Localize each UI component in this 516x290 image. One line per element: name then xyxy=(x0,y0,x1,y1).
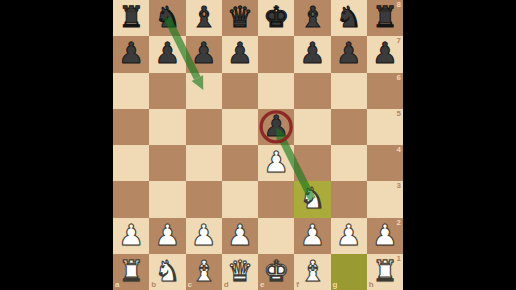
screenshot-root: ♜♞♝♛♚♝♞♜8♟♟♟♟♟♟♟76♟5♟4♞3♟♟♟♟♟♟♟2♜a♞b♝c♛d… xyxy=(0,0,516,290)
black-pawn-c7[interactable]: ♟ xyxy=(191,35,217,71)
square-f2[interactable]: ♟ xyxy=(294,218,330,254)
square-a2[interactable]: ♟ xyxy=(113,218,149,254)
black-pawn-e5[interactable]: ♟ xyxy=(263,108,289,144)
square-c3[interactable] xyxy=(186,181,222,217)
square-a7[interactable]: ♟ xyxy=(113,36,149,72)
square-e5[interactable]: ♟ xyxy=(258,109,294,145)
white-bishop-c1[interactable]: ♝ xyxy=(191,253,217,289)
rank-label-8: 8 xyxy=(397,1,401,9)
square-g1[interactable]: g xyxy=(331,254,367,290)
square-c1[interactable]: ♝c xyxy=(186,254,222,290)
square-h8[interactable]: ♜8 xyxy=(367,0,403,36)
square-g3[interactable] xyxy=(331,181,367,217)
white-pawn-d2[interactable]: ♟ xyxy=(227,217,253,253)
square-f6[interactable] xyxy=(294,73,330,109)
square-f3[interactable]: ♞ xyxy=(294,181,330,217)
white-pawn-b2[interactable]: ♟ xyxy=(154,217,180,253)
square-e2[interactable] xyxy=(258,218,294,254)
rank-label-2: 2 xyxy=(397,219,401,227)
chess-board[interactable]: ♜♞♝♛♚♝♞♜8♟♟♟♟♟♟♟76♟5♟4♞3♟♟♟♟♟♟♟2♜a♞b♝c♛d… xyxy=(113,0,403,290)
square-h1[interactable]: ♜1h xyxy=(367,254,403,290)
white-rook-h1[interactable]: ♜ xyxy=(372,253,398,289)
file-label-f: f xyxy=(296,281,299,289)
square-b6[interactable] xyxy=(149,73,185,109)
black-rook-a8[interactable]: ♜ xyxy=(118,0,144,35)
rank-label-4: 4 xyxy=(397,146,401,154)
black-knight-b8[interactable]: ♞ xyxy=(154,0,180,35)
square-e3[interactable] xyxy=(258,181,294,217)
rank-label-3: 3 xyxy=(397,182,401,190)
white-pawn-c2[interactable]: ♟ xyxy=(191,217,217,253)
white-pawn-a2[interactable]: ♟ xyxy=(118,217,144,253)
black-pawn-b7[interactable]: ♟ xyxy=(154,35,180,71)
square-c7[interactable]: ♟ xyxy=(186,36,222,72)
square-g8[interactable]: ♞ xyxy=(331,0,367,36)
square-b7[interactable]: ♟ xyxy=(149,36,185,72)
square-f1[interactable]: ♝f xyxy=(294,254,330,290)
white-pawn-e4[interactable]: ♟ xyxy=(263,144,289,180)
square-d3[interactable] xyxy=(222,181,258,217)
black-rook-h8[interactable]: ♜ xyxy=(372,0,398,35)
square-g5[interactable] xyxy=(331,109,367,145)
white-queen-d1[interactable]: ♛ xyxy=(227,253,253,289)
square-c2[interactable]: ♟ xyxy=(186,218,222,254)
rank-label-7: 7 xyxy=(397,37,401,45)
black-pawn-a7[interactable]: ♟ xyxy=(118,35,144,71)
square-h4[interactable]: 4 xyxy=(367,145,403,181)
white-king-e1[interactable]: ♚ xyxy=(263,253,289,289)
square-g4[interactable] xyxy=(331,145,367,181)
square-h5[interactable]: 5 xyxy=(367,109,403,145)
square-h2[interactable]: ♟2 xyxy=(367,218,403,254)
square-a4[interactable] xyxy=(113,145,149,181)
black-bishop-f8[interactable]: ♝ xyxy=(299,0,325,35)
square-c5[interactable] xyxy=(186,109,222,145)
file-label-b: b xyxy=(151,281,156,289)
square-e6[interactable] xyxy=(258,73,294,109)
file-label-g: g xyxy=(333,281,338,289)
square-g6[interactable] xyxy=(331,73,367,109)
square-d4[interactable] xyxy=(222,145,258,181)
black-knight-g8[interactable]: ♞ xyxy=(336,0,362,35)
white-knight-b1[interactable]: ♞ xyxy=(154,253,180,289)
square-e7[interactable] xyxy=(258,36,294,72)
black-king-e8[interactable]: ♚ xyxy=(263,0,289,35)
file-label-c: c xyxy=(188,281,192,289)
square-c6[interactable] xyxy=(186,73,222,109)
square-a5[interactable] xyxy=(113,109,149,145)
square-a8[interactable]: ♜ xyxy=(113,0,149,36)
square-d8[interactable]: ♛ xyxy=(222,0,258,36)
square-g7[interactable]: ♟ xyxy=(331,36,367,72)
white-pawn-g2[interactable]: ♟ xyxy=(336,217,362,253)
square-c4[interactable] xyxy=(186,145,222,181)
square-b1[interactable]: ♞b xyxy=(149,254,185,290)
square-d6[interactable] xyxy=(222,73,258,109)
square-e1[interactable]: ♚e xyxy=(258,254,294,290)
square-b5[interactable] xyxy=(149,109,185,145)
black-pawn-h7[interactable]: ♟ xyxy=(372,35,398,71)
black-pawn-f7[interactable]: ♟ xyxy=(299,35,325,71)
white-pawn-h2[interactable]: ♟ xyxy=(372,217,398,253)
white-pawn-f2[interactable]: ♟ xyxy=(299,217,325,253)
black-pawn-d7[interactable]: ♟ xyxy=(227,35,253,71)
square-h3[interactable]: 3 xyxy=(367,181,403,217)
rank-label-6: 6 xyxy=(397,74,401,82)
square-e8[interactable]: ♚ xyxy=(258,0,294,36)
rank-label-5: 5 xyxy=(397,110,401,118)
black-queen-d8[interactable]: ♛ xyxy=(227,0,253,35)
white-knight-f3[interactable]: ♞ xyxy=(299,180,325,216)
square-f4[interactable] xyxy=(294,145,330,181)
square-h7[interactable]: ♟7 xyxy=(367,36,403,72)
square-a3[interactable] xyxy=(113,181,149,217)
black-bishop-c8[interactable]: ♝ xyxy=(191,0,217,35)
square-c8[interactable]: ♝ xyxy=(186,0,222,36)
file-label-e: e xyxy=(260,281,264,289)
file-label-d: d xyxy=(224,281,229,289)
square-b8[interactable]: ♞ xyxy=(149,0,185,36)
square-b2[interactable]: ♟ xyxy=(149,218,185,254)
square-d2[interactable]: ♟ xyxy=(222,218,258,254)
file-label-h: h xyxy=(369,281,374,289)
square-a1[interactable]: ♜a xyxy=(113,254,149,290)
square-f5[interactable] xyxy=(294,109,330,145)
square-d5[interactable] xyxy=(222,109,258,145)
square-d1[interactable]: ♛d xyxy=(222,254,258,290)
square-g2[interactable]: ♟ xyxy=(331,218,367,254)
square-h6[interactable]: 6 xyxy=(367,73,403,109)
square-a6[interactable] xyxy=(113,73,149,109)
square-f8[interactable]: ♝ xyxy=(294,0,330,36)
black-pawn-g7[interactable]: ♟ xyxy=(336,35,362,71)
square-b4[interactable] xyxy=(149,145,185,181)
rank-label-1: 1 xyxy=(397,255,401,263)
white-rook-a1[interactable]: ♜ xyxy=(118,253,144,289)
file-label-a: a xyxy=(115,281,119,289)
white-bishop-f1[interactable]: ♝ xyxy=(299,253,325,289)
square-f7[interactable]: ♟ xyxy=(294,36,330,72)
square-b3[interactable] xyxy=(149,181,185,217)
square-d7[interactable]: ♟ xyxy=(222,36,258,72)
square-e4[interactable]: ♟ xyxy=(258,145,294,181)
